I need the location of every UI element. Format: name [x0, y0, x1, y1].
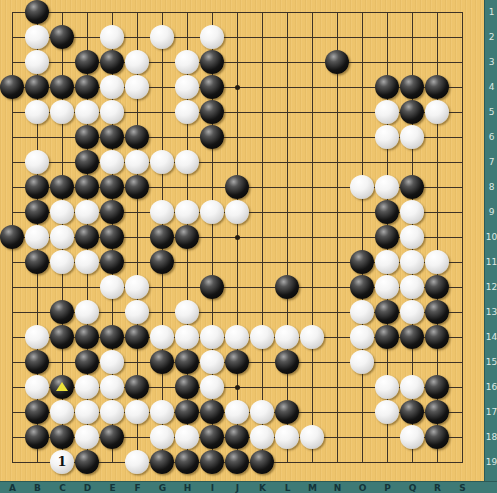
- white-stone-E17: [100, 400, 124, 424]
- white-stone-M18: [300, 425, 324, 449]
- black-stone-F6: [125, 125, 149, 149]
- white-stone-Q18: [400, 425, 424, 449]
- white-stone-C9: [50, 200, 74, 224]
- row-label-7: 7: [485, 157, 497, 167]
- white-stone-J14: [225, 325, 249, 349]
- grid-line: [262, 12, 263, 463]
- black-stone-H10: [175, 225, 199, 249]
- black-stone-D7: [75, 150, 99, 174]
- row-label-2: 2: [485, 32, 497, 42]
- black-stone-E3: [100, 50, 124, 74]
- black-stone-C4: [50, 75, 74, 99]
- black-stone-N3: [325, 50, 349, 74]
- black-stone-E18: [100, 425, 124, 449]
- go-board[interactable]: 1: [0, 0, 484, 481]
- row-label-19: 19: [485, 457, 497, 467]
- black-stone-R17: [425, 400, 449, 424]
- white-stone-O13: [350, 300, 374, 324]
- white-stone-G17: [150, 400, 174, 424]
- row-label-9: 9: [485, 207, 497, 217]
- black-stone-G10: [150, 225, 174, 249]
- white-stone-H5: [175, 100, 199, 124]
- white-stone-D5: [75, 100, 99, 124]
- star-point: [235, 85, 240, 90]
- white-stone-P6: [375, 125, 399, 149]
- white-stone-M14: [300, 325, 324, 349]
- white-stone-C10: [50, 225, 74, 249]
- row-label-15: 15: [485, 357, 497, 367]
- white-stone-H4: [175, 75, 199, 99]
- row-label-8: 8: [485, 182, 497, 192]
- white-stone-J9: [225, 200, 249, 224]
- black-stone-F8: [125, 175, 149, 199]
- white-stone-H14: [175, 325, 199, 349]
- black-stone-C14: [50, 325, 74, 349]
- black-stone-L17: [275, 400, 299, 424]
- grid-line: [462, 12, 463, 463]
- row-label-17: 17: [485, 407, 497, 417]
- black-stone-B9: [25, 200, 49, 224]
- black-stone-A4: [0, 75, 24, 99]
- row-label-4: 4: [485, 82, 497, 92]
- white-stone-K14: [250, 325, 274, 349]
- black-stone-H16: [175, 375, 199, 399]
- column-label-J: J: [231, 483, 244, 493]
- white-stone-P16: [375, 375, 399, 399]
- black-stone-C18: [50, 425, 74, 449]
- white-stone-C5: [50, 100, 74, 124]
- white-stone-E7: [100, 150, 124, 174]
- column-label-P: P: [381, 483, 394, 493]
- white-stone-L14: [275, 325, 299, 349]
- white-stone-P5: [375, 100, 399, 124]
- black-stone-R18: [425, 425, 449, 449]
- black-stone-B4: [25, 75, 49, 99]
- white-stone-E16: [100, 375, 124, 399]
- black-stone-J15: [225, 350, 249, 374]
- column-label-G: G: [156, 483, 169, 493]
- white-stone-D16: [75, 375, 99, 399]
- white-stone-F4: [125, 75, 149, 99]
- white-stone-H13: [175, 300, 199, 324]
- black-stone-R4: [425, 75, 449, 99]
- black-stone-P10: [375, 225, 399, 249]
- white-stone-D11: [75, 250, 99, 274]
- white-stone-I15: [200, 350, 224, 374]
- black-stone-Q4: [400, 75, 424, 99]
- column-label-F: F: [131, 483, 144, 493]
- column-label-Q: Q: [406, 483, 419, 493]
- black-stone-B11: [25, 250, 49, 274]
- white-stone-B5: [25, 100, 49, 124]
- move-number-label: 1: [50, 450, 74, 474]
- white-stone-K17: [250, 400, 274, 424]
- white-stone-B7: [25, 150, 49, 174]
- column-label-N: N: [331, 483, 344, 493]
- star-point: [235, 235, 240, 240]
- black-stone-B15: [25, 350, 49, 374]
- row-label-10: 10: [485, 232, 497, 242]
- row-label-3: 3: [485, 57, 497, 67]
- white-stone-E4: [100, 75, 124, 99]
- black-stone-L12: [275, 275, 299, 299]
- black-stone-D14: [75, 325, 99, 349]
- white-stone-H18: [175, 425, 199, 449]
- white-stone-G14: [150, 325, 174, 349]
- white-stone-H3: [175, 50, 199, 74]
- black-stone-L15: [275, 350, 299, 374]
- row-label-12: 12: [485, 282, 497, 292]
- white-stone-P11: [375, 250, 399, 274]
- grid-line: [337, 12, 338, 463]
- white-stone-I16: [200, 375, 224, 399]
- black-stone-J19: [225, 450, 249, 474]
- white-stone-D13: [75, 300, 99, 324]
- black-stone-B18: [25, 425, 49, 449]
- black-stone-P14: [375, 325, 399, 349]
- black-stone-H19: [175, 450, 199, 474]
- row-label-6: 6: [485, 132, 497, 142]
- black-stone-P13: [375, 300, 399, 324]
- white-stone-F13: [125, 300, 149, 324]
- column-label-B: B: [31, 483, 44, 493]
- black-stone-P9: [375, 200, 399, 224]
- black-stone-D8: [75, 175, 99, 199]
- black-stone-H17: [175, 400, 199, 424]
- white-stone-E5: [100, 100, 124, 124]
- column-label-E: E: [106, 483, 119, 493]
- black-stone-B8: [25, 175, 49, 199]
- white-stone-F17: [125, 400, 149, 424]
- black-stone-B1: [25, 0, 49, 24]
- black-stone-Q8: [400, 175, 424, 199]
- black-stone-C13: [50, 300, 74, 324]
- black-stone-R14: [425, 325, 449, 349]
- row-label-14: 14: [485, 332, 497, 342]
- black-stone-E6: [100, 125, 124, 149]
- white-stone-F19: [125, 450, 149, 474]
- white-stone-C17: [50, 400, 74, 424]
- white-stone-F7: [125, 150, 149, 174]
- column-label-M: M: [306, 483, 319, 493]
- black-stone-D15: [75, 350, 99, 374]
- grid-line: [287, 12, 288, 463]
- column-label-O: O: [356, 483, 369, 493]
- grid-line: [312, 12, 313, 463]
- white-stone-G7: [150, 150, 174, 174]
- white-stone-E15: [100, 350, 124, 374]
- white-stone-O8: [350, 175, 374, 199]
- white-stone-I9: [200, 200, 224, 224]
- white-stone-D17: [75, 400, 99, 424]
- black-stone-Q14: [400, 325, 424, 349]
- white-stone-R5: [425, 100, 449, 124]
- white-stone-H7: [175, 150, 199, 174]
- row-label-16: 16: [485, 382, 497, 392]
- column-label-R: R: [431, 483, 444, 493]
- white-stone-Q11: [400, 250, 424, 274]
- black-stone-H15: [175, 350, 199, 374]
- black-stone-R12: [425, 275, 449, 299]
- black-stone-I19: [200, 450, 224, 474]
- black-stone-D3: [75, 50, 99, 74]
- black-stone-I6: [200, 125, 224, 149]
- white-stone-B2: [25, 25, 49, 49]
- black-stone-D10: [75, 225, 99, 249]
- grid-line: [362, 12, 363, 463]
- black-stone-P4: [375, 75, 399, 99]
- black-stone-O11: [350, 250, 374, 274]
- white-stone-G18: [150, 425, 174, 449]
- column-label-S: S: [456, 483, 469, 493]
- column-label-L: L: [281, 483, 294, 493]
- white-stone-L18: [275, 425, 299, 449]
- white-stone-H9: [175, 200, 199, 224]
- triangle-marker-icon: [56, 382, 68, 391]
- black-stone-C2: [50, 25, 74, 49]
- black-stone-R16: [425, 375, 449, 399]
- black-stone-I17: [200, 400, 224, 424]
- white-stone-Q12: [400, 275, 424, 299]
- black-stone-R13: [425, 300, 449, 324]
- white-stone-B16: [25, 375, 49, 399]
- black-stone-I3: [200, 50, 224, 74]
- white-stone-B10: [25, 225, 49, 249]
- black-stone-D6: [75, 125, 99, 149]
- white-stone-C11: [50, 250, 74, 274]
- column-label-A: A: [6, 483, 19, 493]
- white-stone-B14: [25, 325, 49, 349]
- black-stone-G19: [150, 450, 174, 474]
- column-label-H: H: [181, 483, 194, 493]
- black-stone-C8: [50, 175, 74, 199]
- white-stone-R11: [425, 250, 449, 274]
- black-stone-B17: [25, 400, 49, 424]
- black-stone-J18: [225, 425, 249, 449]
- black-stone-F14: [125, 325, 149, 349]
- black-stone-E11: [100, 250, 124, 274]
- row-label-18: 18: [485, 432, 497, 442]
- white-stone-F3: [125, 50, 149, 74]
- black-stone-A10: [0, 225, 24, 249]
- black-stone-Q5: [400, 100, 424, 124]
- star-point: [235, 385, 240, 390]
- row-label-5: 5: [485, 107, 497, 117]
- row-coordinate-strip: 12345678910111213141516171819: [484, 0, 497, 493]
- column-label-I: I: [206, 483, 219, 493]
- black-stone-I12: [200, 275, 224, 299]
- black-stone-O12: [350, 275, 374, 299]
- white-stone-I14: [200, 325, 224, 349]
- black-stone-F16: [125, 375, 149, 399]
- black-stone-K19: [250, 450, 274, 474]
- black-stone-I5: [200, 100, 224, 124]
- white-stone-Q16: [400, 375, 424, 399]
- row-label-13: 13: [485, 307, 497, 317]
- black-stone-I18: [200, 425, 224, 449]
- column-label-K: K: [256, 483, 269, 493]
- black-stone-D19: [75, 450, 99, 474]
- black-stone-E9: [100, 200, 124, 224]
- white-stone-Q13: [400, 300, 424, 324]
- white-stone-E2: [100, 25, 124, 49]
- white-stone-Q6: [400, 125, 424, 149]
- white-stone-P12: [375, 275, 399, 299]
- white-stone-P17: [375, 400, 399, 424]
- row-label-11: 11: [485, 257, 497, 267]
- black-stone-G11: [150, 250, 174, 274]
- white-stone-G9: [150, 200, 174, 224]
- black-stone-J8: [225, 175, 249, 199]
- row-label-1: 1: [485, 7, 497, 17]
- white-stone-D9: [75, 200, 99, 224]
- white-stone-J17: [225, 400, 249, 424]
- white-stone-O15: [350, 350, 374, 374]
- black-stone-E8: [100, 175, 124, 199]
- go-app-screenshot: 1 12345678910111213141516171819 ABCDEFGH…: [0, 0, 497, 493]
- black-stone-E10: [100, 225, 124, 249]
- white-stone-I2: [200, 25, 224, 49]
- white-stone-E12: [100, 275, 124, 299]
- black-stone-Q17: [400, 400, 424, 424]
- white-stone-B3: [25, 50, 49, 74]
- white-stone-Q9: [400, 200, 424, 224]
- white-stone-P8: [375, 175, 399, 199]
- black-stone-G15: [150, 350, 174, 374]
- black-stone-D4: [75, 75, 99, 99]
- black-stone-I4: [200, 75, 224, 99]
- white-stone-F12: [125, 275, 149, 299]
- column-label-D: D: [81, 483, 94, 493]
- white-stone-O14: [350, 325, 374, 349]
- column-coordinate-strip: ABCDEFGHIJKLMNOPQRS: [0, 481, 497, 493]
- white-stone-K18: [250, 425, 274, 449]
- white-stone-Q10: [400, 225, 424, 249]
- black-stone-E14: [100, 325, 124, 349]
- white-stone-G2: [150, 25, 174, 49]
- white-stone-D18: [75, 425, 99, 449]
- column-label-C: C: [56, 483, 69, 493]
